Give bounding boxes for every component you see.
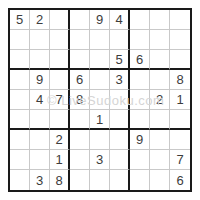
- sudoku-cell-r5c5[interactable]: [90, 90, 110, 110]
- sudoku-cell-r7c1[interactable]: [10, 130, 30, 150]
- sudoku-board: 529456963847821129137386: [8, 8, 192, 192]
- sudoku-cell-r5c1[interactable]: [10, 90, 30, 110]
- sudoku-cell-r3c2[interactable]: [30, 50, 50, 70]
- sudoku-cell-r7c5[interactable]: [90, 130, 110, 150]
- sudoku-cell-r4c2: 9: [30, 70, 50, 90]
- sudoku-cell-r5c6[interactable]: [110, 90, 130, 110]
- sudoku-cell-r4c1[interactable]: [10, 70, 30, 90]
- sudoku-cell-r1c3[interactable]: [50, 10, 70, 30]
- sudoku-cell-r7c7: 9: [130, 130, 150, 150]
- sudoku-cell-r7c9[interactable]: [170, 130, 190, 150]
- sudoku-cell-r9c1[interactable]: [10, 170, 30, 190]
- sudoku-cell-r9c4[interactable]: [70, 170, 90, 190]
- sudoku-cell-r1c8[interactable]: [150, 10, 170, 30]
- sudoku-cell-r8c3: 1: [50, 150, 70, 170]
- sudoku-cell-r6c2[interactable]: [30, 110, 50, 130]
- sudoku-cell-r8c7[interactable]: [130, 150, 150, 170]
- sudoku-cell-r4c4: 6: [70, 70, 90, 90]
- sudoku-cell-r2c3[interactable]: [50, 30, 70, 50]
- sudoku-cell-r4c7[interactable]: [130, 70, 150, 90]
- sudoku-cell-r6c8[interactable]: [150, 110, 170, 130]
- sudoku-cell-r5c2: 4: [30, 90, 50, 110]
- sudoku-cell-r6c6[interactable]: [110, 110, 130, 130]
- sudoku-cell-r5c7[interactable]: [130, 90, 150, 110]
- sudoku-cell-r1c1: 5: [10, 10, 30, 30]
- sudoku-cell-r1c2: 2: [30, 10, 50, 30]
- sudoku-cell-r9c6[interactable]: [110, 170, 130, 190]
- sudoku-cell-r6c3[interactable]: [50, 110, 70, 130]
- sudoku-cell-r1c7[interactable]: [130, 10, 150, 30]
- sudoku-cell-r9c7[interactable]: [130, 170, 150, 190]
- sudoku-cell-r6c5: 1: [90, 110, 110, 130]
- sudoku-cell-r9c2: 3: [30, 170, 50, 190]
- sudoku-cell-r3c4[interactable]: [70, 50, 90, 70]
- sudoku-cell-r4c6: 3: [110, 70, 130, 90]
- sudoku-cell-r8c5: 3: [90, 150, 110, 170]
- sudoku-cell-r5c9: 1: [170, 90, 190, 110]
- sudoku-cell-r5c8: 2: [150, 90, 170, 110]
- sudoku-cell-r1c6: 4: [110, 10, 130, 30]
- sudoku-cell-r8c1[interactable]: [10, 150, 30, 170]
- sudoku-cell-r2c2[interactable]: [30, 30, 50, 50]
- sudoku-cell-r2c5[interactable]: [90, 30, 110, 50]
- sudoku-cell-r9c9: 6: [170, 170, 190, 190]
- sudoku-cell-r8c2[interactable]: [30, 150, 50, 170]
- sudoku-cell-r6c1[interactable]: [10, 110, 30, 130]
- sudoku-cell-r6c4[interactable]: [70, 110, 90, 130]
- sudoku-cell-r2c4[interactable]: [70, 30, 90, 50]
- sudoku-cell-r7c2[interactable]: [30, 130, 50, 150]
- sudoku-cell-r2c6[interactable]: [110, 30, 130, 50]
- sudoku-cell-r4c5[interactable]: [90, 70, 110, 90]
- sudoku-cell-r8c4[interactable]: [70, 150, 90, 170]
- sudoku-cell-r9c3: 8: [50, 170, 70, 190]
- sudoku-cell-r3c7: 6: [130, 50, 150, 70]
- sudoku-cell-r7c3: 2: [50, 130, 70, 150]
- sudoku-cell-r2c7[interactable]: [130, 30, 150, 50]
- sudoku-cell-r3c1[interactable]: [10, 50, 30, 70]
- sudoku-cell-r6c7[interactable]: [130, 110, 150, 130]
- sudoku-cell-r1c4[interactable]: [70, 10, 90, 30]
- sudoku-cell-r3c9[interactable]: [170, 50, 190, 70]
- sudoku-cell-r3c3[interactable]: [50, 50, 70, 70]
- sudoku-cell-r3c6: 5: [110, 50, 130, 70]
- sudoku-cell-r2c9[interactable]: [170, 30, 190, 50]
- sudoku-cell-r5c3: 7: [50, 90, 70, 110]
- sudoku-cell-r6c9[interactable]: [170, 110, 190, 130]
- sudoku-cell-r8c9: 7: [170, 150, 190, 170]
- sudoku-cell-r1c9[interactable]: [170, 10, 190, 30]
- sudoku-cell-r1c5: 9: [90, 10, 110, 30]
- sudoku-cell-r2c1[interactable]: [10, 30, 30, 50]
- sudoku-page: 529456963847821129137386 © LiveSudoku.co…: [0, 0, 200, 200]
- sudoku-cell-r9c5[interactable]: [90, 170, 110, 190]
- sudoku-cell-r3c8[interactable]: [150, 50, 170, 70]
- sudoku-cell-r2c8[interactable]: [150, 30, 170, 50]
- sudoku-cell-r5c4: 8: [70, 90, 90, 110]
- sudoku-cell-r7c4[interactable]: [70, 130, 90, 150]
- sudoku-cell-r4c9: 8: [170, 70, 190, 90]
- sudoku-cell-r4c8[interactable]: [150, 70, 170, 90]
- sudoku-cell-r3c5[interactable]: [90, 50, 110, 70]
- sudoku-cell-r7c8[interactable]: [150, 130, 170, 150]
- sudoku-cell-r7c6[interactable]: [110, 130, 130, 150]
- sudoku-cell-r8c8[interactable]: [150, 150, 170, 170]
- sudoku-cell-r4c3[interactable]: [50, 70, 70, 90]
- sudoku-cell-r8c6[interactable]: [110, 150, 130, 170]
- sudoku-cell-r9c8[interactable]: [150, 170, 170, 190]
